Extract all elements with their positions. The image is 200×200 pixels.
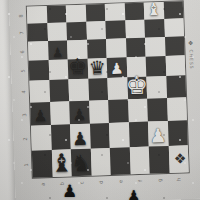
piece-black-pawn-c2[interactable]: ♟ (69, 130, 92, 149)
square-e2[interactable] (109, 122, 129, 148)
captured-black-pawn-2: ♟ (127, 189, 140, 200)
piece-black-pawn-a3[interactable]: ♟ (29, 108, 52, 125)
square-b3[interactable] (50, 101, 70, 125)
brand-logo-icon: ❖ (187, 39, 194, 47)
square-f7[interactable] (125, 20, 145, 39)
square-g5[interactable] (146, 56, 166, 77)
square-c7[interactable] (66, 22, 86, 41)
chess-board: ❖♝♟♚♛♟♚♟♟♟♟♝♞ (27, 1, 189, 177)
square-d3[interactable] (89, 100, 109, 124)
piece-white-pawn-g2[interactable]: ♟ (147, 126, 170, 146)
square-e6[interactable] (106, 38, 126, 58)
square-a6[interactable] (28, 41, 48, 61)
piece-white-bishop-g8[interactable]: ♝ (142, 1, 165, 19)
square-a8[interactable] (27, 6, 47, 24)
rank-label-3: 3 (20, 110, 28, 118)
corner-ornament-icon: ❖ (173, 151, 186, 165)
square-d1[interactable] (90, 148, 110, 176)
chessboard-photo: ❖♝♟♚♛♟♚♟♟♟♟♝♞ ❖ CHESS abcdefgh87654321 ♟… (0, 0, 200, 200)
square-f2[interactable] (128, 122, 148, 148)
rank-label-2: 2 (21, 134, 29, 142)
square-g3[interactable] (147, 98, 167, 122)
square-h2[interactable] (167, 120, 187, 146)
square-b7[interactable] (47, 22, 67, 41)
square-d4[interactable] (88, 78, 108, 101)
square-f6[interactable] (125, 38, 145, 58)
brand-label: ❖ CHESS (187, 39, 195, 70)
brand-text: CHESS (188, 49, 194, 69)
file-label-c: c (77, 179, 85, 187)
vinyl-mat: ❖♝♟♚♛♟♚♟♟♟♟♝♞ ❖ CHESS abcdefgh87654321 (8, 0, 200, 200)
square-h5[interactable] (165, 55, 185, 76)
captured-black-pawn-1: ♟ (62, 183, 77, 200)
square-f1[interactable] (129, 147, 149, 175)
file-label-a: a (38, 180, 46, 188)
square-a7[interactable] (27, 23, 47, 42)
square-h6[interactable] (164, 36, 184, 56)
square-d7[interactable] (86, 21, 106, 40)
square-g6[interactable] (145, 37, 165, 57)
rank-label-4: 4 (20, 88, 28, 96)
square-h4[interactable] (166, 75, 186, 98)
rank-label-7: 7 (18, 29, 26, 37)
rank-label-6: 6 (18, 47, 26, 55)
piece-black-knight-c1[interactable]: ♞ (69, 152, 92, 176)
square-g7[interactable] (144, 19, 164, 38)
square-a4[interactable] (29, 80, 49, 103)
square-e3[interactable] (108, 99, 128, 123)
square-c4[interactable] (68, 79, 88, 102)
file-label-f: f (136, 177, 144, 185)
rank-label-8: 8 (17, 11, 25, 19)
square-g1[interactable] (149, 146, 169, 174)
square-f3[interactable] (128, 99, 148, 123)
square-e8[interactable] (105, 3, 125, 21)
square-h3[interactable] (167, 97, 187, 121)
piece-black-pawn-c3[interactable]: ♟ (68, 107, 91, 124)
square-h8[interactable] (163, 1, 183, 19)
file-label-e: e (116, 177, 124, 185)
square-f8[interactable] (124, 3, 144, 21)
square-h7[interactable] (164, 18, 184, 37)
square-a5[interactable] (29, 60, 49, 81)
square-b8[interactable] (46, 5, 66, 23)
square-c8[interactable] (66, 5, 86, 23)
file-label-d: d (97, 178, 105, 186)
square-e1[interactable] (110, 147, 130, 175)
square-b4[interactable] (49, 79, 69, 102)
file-label-g: g (155, 176, 163, 184)
rank-label-5: 5 (19, 67, 27, 75)
square-b2[interactable] (50, 124, 70, 150)
square-g4[interactable] (146, 76, 166, 99)
rank-label-1: 1 (22, 160, 30, 168)
square-d2[interactable] (89, 123, 109, 149)
square-d8[interactable] (85, 4, 105, 22)
square-a2[interactable] (31, 125, 51, 151)
piece-white-king-f4[interactable]: ♚ (125, 73, 148, 99)
file-label-h: h (175, 175, 183, 183)
square-e7[interactable] (105, 20, 125, 39)
